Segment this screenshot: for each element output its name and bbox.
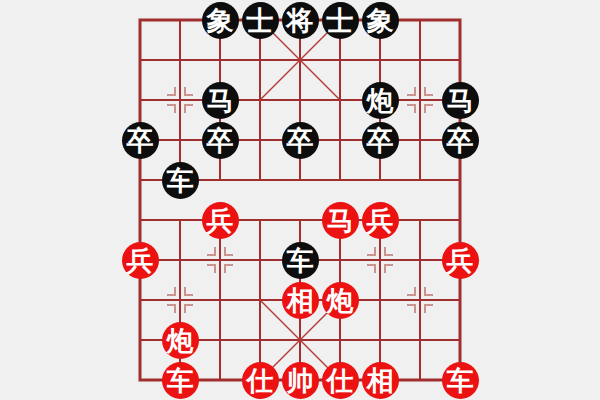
piece-black-cannon[interactable]: 炮 <box>362 82 399 119</box>
piece-black-pawn[interactable]: 卒 <box>442 122 479 159</box>
piece-red-elephant[interactable]: 相 <box>362 362 399 399</box>
piece-red-advisor[interactable]: 仕 <box>242 362 279 399</box>
piece-red-elephant[interactable]: 相 <box>282 282 319 319</box>
piece-black-pawn[interactable]: 卒 <box>122 122 159 159</box>
piece-red-chariot[interactable]: 车 <box>442 362 479 399</box>
piece-red-general[interactable]: 帅 <box>282 362 319 399</box>
piece-black-elephant[interactable]: 象 <box>362 2 399 39</box>
piece-red-pawn[interactable]: 兵 <box>442 242 479 279</box>
piece-black-chariot[interactable]: 车 <box>162 162 199 199</box>
piece-black-pawn[interactable]: 卒 <box>282 122 319 159</box>
piece-black-horse[interactable]: 马 <box>202 82 239 119</box>
piece-red-pawn[interactable]: 兵 <box>362 202 399 239</box>
piece-red-pawn[interactable]: 兵 <box>202 202 239 239</box>
xiangqi-diagram: 象士将士象马炮马卒卒卒卒卒车兵马兵兵车兵相炮炮车仕帅仕相车 <box>0 0 600 400</box>
piece-black-advisor[interactable]: 士 <box>322 2 359 39</box>
piece-red-cannon[interactable]: 炮 <box>162 322 199 359</box>
piece-red-advisor[interactable]: 仕 <box>322 362 359 399</box>
piece-black-pawn[interactable]: 卒 <box>362 122 399 159</box>
piece-black-horse[interactable]: 马 <box>442 82 479 119</box>
xiangqi-board[interactable]: 象士将士象马炮马卒卒卒卒卒车兵马兵兵车兵相炮炮车仕帅仕相车 <box>120 0 480 400</box>
piece-red-cannon[interactable]: 炮 <box>322 282 359 319</box>
piece-black-advisor[interactable]: 士 <box>242 2 279 39</box>
piece-black-pawn[interactable]: 卒 <box>202 122 239 159</box>
piece-red-horse[interactable]: 马 <box>322 202 359 239</box>
piece-black-general[interactable]: 将 <box>282 2 319 39</box>
piece-black-chariot[interactable]: 车 <box>282 242 319 279</box>
piece-red-chariot[interactable]: 车 <box>162 362 199 399</box>
piece-red-pawn[interactable]: 兵 <box>122 242 159 279</box>
piece-black-elephant[interactable]: 象 <box>202 2 239 39</box>
